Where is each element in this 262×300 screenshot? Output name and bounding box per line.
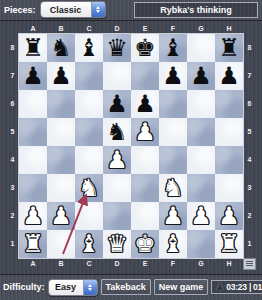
rank-label-left-3: 3 [6,174,19,202]
square-b8[interactable]: ♞ [47,34,75,62]
square-f8[interactable]: ♝ [159,34,187,62]
file-label-top-g: G [187,23,215,34]
square-h4[interactable] [215,146,243,174]
square-f5[interactable] [159,118,187,146]
board-wrapper: ABCDEFGH8♜♞♝♛♚♝♜87♟♟♟♟♟76♟♟65♞♟54♟43♞♞32… [6,23,256,270]
square-a4[interactable] [19,146,47,174]
difficulty-label: Difficulty: [3,282,45,292]
square-a7[interactable]: ♟ [19,62,47,90]
resize-grip-icon[interactable] [243,258,256,270]
difficulty-dropdown-value: Easy [49,280,83,295]
square-f3[interactable]: ♞ [159,174,187,202]
square-e8[interactable]: ♚ [131,34,159,62]
square-e6[interactable]: ♟ [131,90,159,118]
new-game-button[interactable]: New game [154,279,209,295]
piece-white-king: ♚ [134,230,156,258]
white-time: 03:23 [226,282,247,292]
file-label-bottom-a: A [19,258,47,270]
square-c3[interactable]: ♞ [75,174,103,202]
piece-white-pawn: ♟ [22,202,44,230]
file-label-top-h: H [215,23,243,34]
rank-label-right-4: 4 [243,146,256,174]
square-d1[interactable]: ♛ [103,230,131,258]
board-corner-bottom-left [6,258,19,270]
square-d4[interactable]: ♟ [103,146,131,174]
square-b1[interactable] [47,230,75,258]
piece-black-king: ♚ [134,34,156,62]
square-b4[interactable] [47,146,75,174]
square-e5[interactable]: ♟ [131,118,159,146]
piece-white-pawn: ♟ [162,202,184,230]
board-grid: ABCDEFGH8♜♞♝♛♚♝♜87♟♟♟♟♟76♟♟65♞♟54♟43♞♞32… [6,23,256,270]
square-g5[interactable] [187,118,215,146]
file-label-top-f: F [159,23,187,34]
rank-label-left-7: 7 [6,62,19,90]
rank-label-right-6: 6 [243,90,256,118]
piece-black-rook: ♜ [22,34,44,62]
piece-black-bishop: ♝ [162,34,184,62]
black-time: 01:31:31 [253,282,262,292]
square-f4[interactable] [159,146,187,174]
rank-label-left-5: 5 [6,118,19,146]
piece-black-pawn: ♟ [218,62,240,90]
rank-label-left-1: 1 [6,230,19,258]
square-a2[interactable]: ♟ [19,202,47,230]
square-e1[interactable]: ♚ [131,230,159,258]
rank-label-left-4: 4 [6,146,19,174]
square-c2[interactable] [75,202,103,230]
file-label-bottom-e: E [131,258,159,270]
square-h5[interactable] [215,118,243,146]
piece-white-rook: ♜ [22,230,44,258]
file-label-top-d: D [103,23,131,34]
file-label-bottom-h: H [215,258,243,270]
square-d2[interactable] [103,202,131,230]
square-a1[interactable]: ♜ [19,230,47,258]
file-label-bottom-b: B [47,258,75,270]
rank-label-right-8: 8 [243,34,256,62]
dropdown-stepper-icon [83,280,97,295]
file-label-top-e: E [131,23,159,34]
square-g1[interactable] [187,230,215,258]
square-c4[interactable] [75,146,103,174]
square-e4[interactable] [131,146,159,174]
clock-separator: | [249,282,251,292]
board-corner-top-left [6,23,19,34]
pieces-dropdown[interactable]: Classic [40,1,106,18]
chess-app-window: Pieces: Classic Rybka's thinking ABCDEFG… [0,0,262,300]
square-c6[interactable] [75,90,103,118]
square-h3[interactable] [215,174,243,202]
file-label-top-a: A [19,23,47,34]
piece-black-knight: ♞ [106,118,128,146]
square-h6[interactable] [215,90,243,118]
piece-black-pawn: ♟ [134,90,156,118]
piece-white-pawn: ♟ [134,118,156,146]
square-c1[interactable]: ♝ [75,230,103,258]
takeback-button[interactable]: Takeback [101,279,151,295]
engine-thinking-panel: Rybka's thinking [134,2,258,18]
rank-label-left-8: 8 [6,34,19,62]
piece-white-knight: ♞ [78,174,100,202]
square-a3[interactable] [19,174,47,202]
rank-label-right-5: 5 [243,118,256,146]
board-corner-top-right [243,23,256,34]
file-label-bottom-f: F [159,258,187,270]
piece-black-bishop: ♝ [78,34,100,62]
board-frame: ABCDEFGH8♜♞♝♛♚♝♜87♟♟♟♟♟76♟♟65♞♟54♟43♞♞32… [0,21,262,274]
square-g2[interactable]: ♟ [187,202,215,230]
square-a5[interactable] [19,118,47,146]
square-f1[interactable]: ♝ [159,230,187,258]
square-g7[interactable]: ♟ [187,62,215,90]
square-b3[interactable] [47,174,75,202]
square-e2[interactable] [131,202,159,230]
piece-white-bishop: ♝ [162,230,184,258]
square-f2[interactable]: ♟ [159,202,187,230]
square-h7[interactable]: ♟ [215,62,243,90]
piece-white-pawn: ♟ [50,202,72,230]
square-d8[interactable]: ♛ [103,34,131,62]
board-corner-bottom-right [243,258,256,270]
piece-black-queen: ♛ [106,34,128,62]
square-f7[interactable]: ♟ [159,62,187,90]
rank-label-right-3: 3 [243,174,256,202]
square-h2[interactable]: ♟ [215,202,243,230]
square-e3[interactable] [131,174,159,202]
dropdown-stepper-icon [91,2,105,17]
piece-black-pawn: ♟ [22,62,44,90]
file-label-bottom-c: C [75,258,103,270]
white-pawn-icon: ♟ [215,282,224,292]
game-clock: ♟ 03:23 | 01:31:31 ♟ [211,280,262,294]
rank-label-right-7: 7 [243,62,256,90]
square-g6[interactable] [187,90,215,118]
square-d3[interactable] [103,174,131,202]
square-g8[interactable] [187,34,215,62]
piece-white-queen: ♛ [106,230,128,258]
square-d7[interactable] [103,62,131,90]
rank-label-left-6: 6 [6,90,19,118]
square-d6[interactable]: ♟ [103,90,131,118]
square-a6[interactable] [19,90,47,118]
piece-white-bishop: ♝ [78,230,100,258]
square-e7[interactable] [131,62,159,90]
engine-thinking-label: Rybka's thinking [160,5,232,15]
piece-black-knight: ♞ [50,34,72,62]
square-h1[interactable]: ♜ [215,230,243,258]
file-label-top-c: C [75,23,103,34]
square-g3[interactable] [187,174,215,202]
piece-black-rook: ♜ [218,34,240,62]
square-c8[interactable]: ♝ [75,34,103,62]
bottom-toolbar: Difficulty: Easy Takeback New game ♟ 03:… [0,274,262,300]
square-h8[interactable]: ♜ [215,34,243,62]
piece-white-pawn: ♟ [106,146,128,174]
piece-black-pawn: ♟ [190,62,212,90]
square-b2[interactable]: ♟ [47,202,75,230]
piece-white-rook: ♜ [218,230,240,258]
piece-white-pawn: ♟ [190,202,212,230]
file-label-bottom-g: G [187,258,215,270]
difficulty-dropdown[interactable]: Easy [48,279,98,296]
piece-black-pawn: ♟ [162,62,184,90]
square-g4[interactable] [187,146,215,174]
file-label-bottom-d: D [103,258,131,270]
square-b6[interactable] [47,90,75,118]
file-label-top-b: B [47,23,75,34]
piece-black-pawn: ♟ [50,62,72,90]
square-f6[interactable] [159,90,187,118]
square-c5[interactable] [75,118,103,146]
piece-black-pawn: ♟ [106,90,128,118]
square-d5[interactable]: ♞ [103,118,131,146]
pieces-dropdown-value: Classic [41,2,91,17]
piece-white-pawn: ♟ [218,202,240,230]
square-b5[interactable] [47,118,75,146]
pieces-label: Pieces: [4,5,36,15]
square-c7[interactable] [75,62,103,90]
square-b7[interactable]: ♟ [47,62,75,90]
rank-label-right-2: 2 [243,202,256,230]
top-toolbar: Pieces: Classic Rybka's thinking [0,0,262,21]
rank-label-right-1: 1 [243,230,256,258]
piece-white-knight: ♞ [162,174,184,202]
square-a8[interactable]: ♜ [19,34,47,62]
rank-label-left-2: 2 [6,202,19,230]
